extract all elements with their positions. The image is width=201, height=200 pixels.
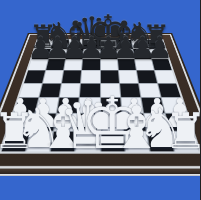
piece-white-rook-h1[interactable]: ♜ (162, 107, 201, 156)
game-scene: ♜♞♝♛♚♝♞♜♟♟♟♟♟♟♟♟♟♟♟♟♟♟♟♟♜♞♝♛♚♝♞♜ (0, 0, 200, 200)
pieces-layer: ♜♞♝♛♚♝♞♜♟♟♟♟♟♟♟♟♟♟♟♟♟♟♟♟♜♞♝♛♚♝♞♜ (0, 0, 200, 200)
piece-black-pawn-h7[interactable]: ♟ (145, 33, 175, 63)
